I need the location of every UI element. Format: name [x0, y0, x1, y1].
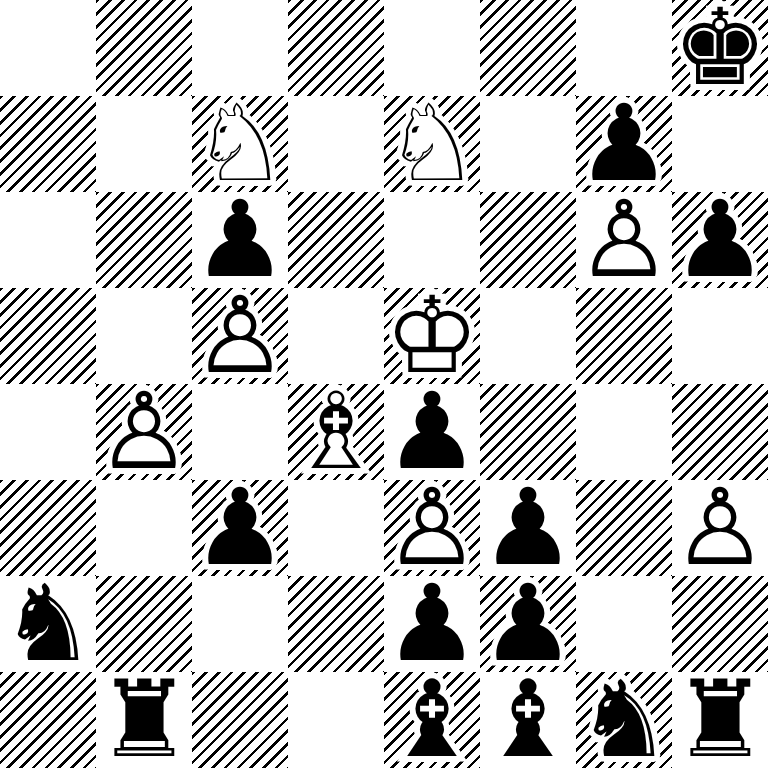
square-d3[interactable] — [288, 480, 384, 576]
square-g2[interactable] — [576, 576, 672, 672]
piece-black-bishop-e1[interactable]: ♝♝ — [384, 672, 480, 768]
white-pawn-glyph: ♙ — [192, 288, 287, 384]
square-g1[interactable]: ♞♞ — [576, 672, 672, 768]
black-pawn-glyph: ♟ — [672, 192, 767, 288]
piece-white-pawn-e3[interactable]: ♟♙ — [384, 480, 480, 576]
square-d1[interactable] — [288, 672, 384, 768]
square-h4[interactable] — [672, 384, 768, 480]
piece-black-pawn-e4[interactable]: ♟♟ — [384, 384, 480, 480]
piece-white-bishop-d4[interactable]: ♝♗ — [288, 384, 384, 480]
square-g6[interactable]: ♟♙ — [576, 192, 672, 288]
black-knight-glyph: ♞ — [0, 576, 95, 672]
square-d5[interactable] — [288, 288, 384, 384]
black-knight-glyph: ♞ — [576, 672, 671, 768]
square-b4[interactable]: ♟♙ — [96, 384, 192, 480]
white-pawn-glyph: ♙ — [96, 384, 191, 480]
square-e1[interactable]: ♝♝ — [384, 672, 480, 768]
square-g7[interactable]: ♟♟ — [576, 96, 672, 192]
square-b8[interactable] — [96, 0, 192, 96]
chess-board: ♚♚♞♘♞♘♟♟♟♟♟♙♟♟♟♙♚♔♟♙♝♗♟♟♟♟♟♙♟♟♟♙♞♞♟♟♟♟♜♜… — [0, 0, 768, 768]
square-b5[interactable] — [96, 288, 192, 384]
square-e6[interactable] — [384, 192, 480, 288]
square-h2[interactable] — [672, 576, 768, 672]
square-b7[interactable] — [96, 96, 192, 192]
square-e2[interactable]: ♟♟ — [384, 576, 480, 672]
piece-white-pawn-c5[interactable]: ♟♙ — [192, 288, 288, 384]
square-a2[interactable]: ♞♞ — [0, 576, 96, 672]
square-a5[interactable] — [0, 288, 96, 384]
black-bishop-glyph: ♝ — [480, 672, 575, 768]
square-c4[interactable] — [192, 384, 288, 480]
square-e8[interactable] — [384, 0, 480, 96]
piece-black-king-h8[interactable]: ♚♚ — [672, 0, 768, 96]
black-bishop-glyph: ♝ — [384, 672, 479, 768]
piece-white-king-e5[interactable]: ♚♔ — [384, 288, 480, 384]
piece-black-pawn-e2[interactable]: ♟♟ — [384, 576, 480, 672]
square-a3[interactable] — [0, 480, 96, 576]
black-pawn-glyph: ♟ — [480, 480, 575, 576]
black-rook-glyph: ♜ — [96, 672, 191, 768]
piece-black-pawn-f2[interactable]: ♟♟ — [480, 576, 576, 672]
square-f8[interactable] — [480, 0, 576, 96]
piece-black-bishop-f1[interactable]: ♝♝ — [480, 672, 576, 768]
piece-black-knight-a2[interactable]: ♞♞ — [0, 576, 96, 672]
black-pawn-glyph: ♟ — [384, 384, 479, 480]
square-e4[interactable]: ♟♟ — [384, 384, 480, 480]
square-f4[interactable] — [480, 384, 576, 480]
piece-black-pawn-c3[interactable]: ♟♟ — [192, 480, 288, 576]
white-pawn-glyph: ♙ — [384, 480, 479, 576]
piece-black-knight-g1[interactable]: ♞♞ — [576, 672, 672, 768]
square-c5[interactable]: ♟♙ — [192, 288, 288, 384]
black-pawn-glyph: ♟ — [480, 576, 575, 672]
piece-black-pawn-g7[interactable]: ♟♟ — [576, 96, 672, 192]
square-d6[interactable] — [288, 192, 384, 288]
square-e7[interactable]: ♞♘ — [384, 96, 480, 192]
piece-black-pawn-f3[interactable]: ♟♟ — [480, 480, 576, 576]
square-h3[interactable]: ♟♙ — [672, 480, 768, 576]
square-g5[interactable] — [576, 288, 672, 384]
piece-white-knight-e7[interactable]: ♞♘ — [384, 96, 480, 192]
square-e5[interactable]: ♚♔ — [384, 288, 480, 384]
square-f2[interactable]: ♟♟ — [480, 576, 576, 672]
square-b6[interactable] — [96, 192, 192, 288]
piece-black-pawn-c6[interactable]: ♟♟ — [192, 192, 288, 288]
piece-black-rook-b1[interactable]: ♜♜ — [96, 672, 192, 768]
square-d7[interactable] — [288, 96, 384, 192]
square-b2[interactable] — [96, 576, 192, 672]
square-c8[interactable] — [192, 0, 288, 96]
square-f1[interactable]: ♝♝ — [480, 672, 576, 768]
piece-black-pawn-h6[interactable]: ♟♟ — [672, 192, 768, 288]
piece-white-pawn-g6[interactable]: ♟♙ — [576, 192, 672, 288]
square-a8[interactable] — [0, 0, 96, 96]
black-king-glyph: ♚ — [672, 0, 767, 96]
white-knight-glyph: ♘ — [384, 96, 479, 192]
white-pawn-glyph: ♙ — [576, 192, 671, 288]
square-c1[interactable] — [192, 672, 288, 768]
white-knight-glyph: ♘ — [192, 96, 287, 192]
square-f3[interactable]: ♟♟ — [480, 480, 576, 576]
square-f5[interactable] — [480, 288, 576, 384]
piece-white-knight-c7[interactable]: ♞♘ — [192, 96, 288, 192]
square-a4[interactable] — [0, 384, 96, 480]
square-c7[interactable]: ♞♘ — [192, 96, 288, 192]
square-g4[interactable] — [576, 384, 672, 480]
square-d8[interactable] — [288, 0, 384, 96]
square-b1[interactable]: ♜♜ — [96, 672, 192, 768]
square-g8[interactable] — [576, 0, 672, 96]
piece-white-pawn-b4[interactable]: ♟♙ — [96, 384, 192, 480]
black-rook-glyph: ♜ — [672, 672, 767, 768]
square-a6[interactable] — [0, 192, 96, 288]
square-h6[interactable]: ♟♟ — [672, 192, 768, 288]
piece-white-pawn-h3[interactable]: ♟♙ — [672, 480, 768, 576]
square-c6[interactable]: ♟♟ — [192, 192, 288, 288]
square-f6[interactable] — [480, 192, 576, 288]
square-c2[interactable] — [192, 576, 288, 672]
square-a1[interactable] — [0, 672, 96, 768]
black-pawn-glyph: ♟ — [192, 192, 287, 288]
black-pawn-glyph: ♟ — [576, 96, 671, 192]
square-b3[interactable] — [96, 480, 192, 576]
square-d2[interactable] — [288, 576, 384, 672]
square-h1[interactable]: ♜♜ — [672, 672, 768, 768]
white-king-glyph: ♔ — [384, 288, 479, 384]
black-pawn-glyph: ♟ — [192, 480, 287, 576]
black-pawn-glyph: ♟ — [384, 576, 479, 672]
white-pawn-glyph: ♙ — [672, 480, 767, 576]
square-a7[interactable] — [0, 96, 96, 192]
square-h8[interactable]: ♚♚ — [672, 0, 768, 96]
piece-black-rook-h1[interactable]: ♜♜ — [672, 672, 768, 768]
square-d4[interactable]: ♝♗ — [288, 384, 384, 480]
square-g3[interactable] — [576, 480, 672, 576]
square-h5[interactable] — [672, 288, 768, 384]
white-bishop-glyph: ♗ — [288, 384, 383, 480]
square-c3[interactable]: ♟♟ — [192, 480, 288, 576]
square-f7[interactable] — [480, 96, 576, 192]
square-h7[interactable] — [672, 96, 768, 192]
square-e3[interactable]: ♟♙ — [384, 480, 480, 576]
